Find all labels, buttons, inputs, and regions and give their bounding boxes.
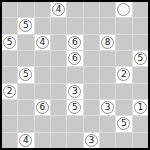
clue-circle-4: 4 bbox=[36, 36, 49, 49]
cell-r8c7[interactable] bbox=[116, 133, 131, 148]
clue-circle-5: 5 bbox=[68, 101, 81, 114]
cell-r2c1[interactable] bbox=[18, 35, 33, 50]
cell-r8c2[interactable] bbox=[35, 133, 50, 148]
cell-r3c7[interactable] bbox=[116, 51, 131, 66]
cell-r8c4[interactable] bbox=[67, 133, 82, 148]
cell-r2c5[interactable] bbox=[84, 35, 99, 50]
cell-r3c2[interactable] bbox=[35, 51, 50, 66]
cell-r2c4: 6 bbox=[67, 35, 82, 50]
clue-circle-5: 5 bbox=[19, 19, 32, 32]
cell-r4c6[interactable] bbox=[100, 67, 115, 82]
cell-r6c1[interactable] bbox=[18, 100, 33, 115]
cell-r5c5[interactable] bbox=[84, 84, 99, 99]
cell-r0c2[interactable] bbox=[35, 2, 50, 17]
cell-r5c6[interactable] bbox=[100, 84, 115, 99]
cell-r0c8[interactable] bbox=[133, 2, 148, 17]
clue-circle-1: 1 bbox=[134, 101, 147, 114]
clue-circle-4: 4 bbox=[19, 134, 32, 147]
cell-r8c6[interactable] bbox=[100, 133, 115, 148]
clue-circle-5: 5 bbox=[3, 36, 16, 49]
clue-circle-3: 3 bbox=[68, 85, 81, 98]
cell-r6c0[interactable] bbox=[2, 100, 17, 115]
cell-r0c5[interactable] bbox=[84, 2, 99, 17]
cell-r1c6[interactable] bbox=[100, 18, 115, 33]
cell-r0c4[interactable] bbox=[67, 2, 82, 17]
cell-r6c8: 1 bbox=[133, 100, 148, 115]
cell-r8c1: 4 bbox=[18, 133, 33, 148]
cell-r4c4[interactable] bbox=[67, 67, 82, 82]
clue-circle-3: 3 bbox=[101, 101, 114, 114]
cell-r1c2[interactable] bbox=[35, 18, 50, 33]
cell-r6c3[interactable] bbox=[51, 100, 66, 115]
cell-r2c6: 8 bbox=[100, 35, 115, 50]
cell-r8c3[interactable] bbox=[51, 133, 66, 148]
cell-r4c8[interactable] bbox=[133, 67, 148, 82]
cell-r0c6[interactable] bbox=[100, 2, 115, 17]
cell-r6c5[interactable] bbox=[84, 100, 99, 115]
cell-r7c1[interactable] bbox=[18, 116, 33, 131]
clue-circle-4: 4 bbox=[52, 3, 65, 16]
cell-r1c4[interactable] bbox=[67, 18, 82, 33]
cell-r8c5: 3 bbox=[84, 133, 99, 148]
cell-r3c3[interactable] bbox=[51, 51, 66, 66]
cell-r7c3[interactable] bbox=[51, 116, 66, 131]
cell-r6c7[interactable] bbox=[116, 100, 131, 115]
cell-r1c3[interactable] bbox=[51, 18, 66, 33]
clue-circle-6: 6 bbox=[36, 101, 49, 114]
cell-r7c7: 5 bbox=[116, 116, 131, 131]
cell-r4c5[interactable] bbox=[84, 67, 99, 82]
clue-circle-2: 2 bbox=[3, 85, 16, 98]
cell-r7c6[interactable] bbox=[100, 116, 115, 131]
empty-clue-circle bbox=[117, 3, 130, 16]
cell-r4c2[interactable] bbox=[35, 67, 50, 82]
clue-circle-6: 6 bbox=[68, 52, 81, 65]
clue-circle-5: 5 bbox=[19, 68, 32, 81]
cell-r6c2: 6 bbox=[35, 100, 50, 115]
cell-r4c0[interactable] bbox=[2, 67, 17, 82]
cell-r3c6[interactable] bbox=[100, 51, 115, 66]
cell-r2c0: 5 bbox=[2, 35, 17, 50]
cell-r1c1: 5 bbox=[18, 18, 33, 33]
clue-circle-8: 8 bbox=[101, 36, 114, 49]
cell-r7c5[interactable] bbox=[84, 116, 99, 131]
cell-r5c1[interactable] bbox=[18, 84, 33, 99]
cell-r3c1[interactable] bbox=[18, 51, 33, 66]
cell-r2c8[interactable] bbox=[133, 35, 148, 50]
cell-r2c7[interactable] bbox=[116, 35, 131, 50]
cell-r0c7 bbox=[116, 2, 131, 17]
cell-r5c8[interactable] bbox=[133, 84, 148, 99]
cell-r2c3[interactable] bbox=[51, 35, 66, 50]
cell-r7c4[interactable] bbox=[67, 116, 82, 131]
cell-r7c0[interactable] bbox=[2, 116, 17, 131]
cell-r1c7[interactable] bbox=[116, 18, 131, 33]
clue-circle-2: 2 bbox=[117, 68, 130, 81]
cell-r3c0[interactable] bbox=[2, 51, 17, 66]
cell-r8c8[interactable] bbox=[133, 133, 148, 148]
clue-circle-5: 5 bbox=[117, 117, 130, 130]
cell-r4c7: 2 bbox=[116, 67, 131, 82]
clue-circle-6: 6 bbox=[68, 36, 81, 49]
cell-r3c8: 5 bbox=[133, 51, 148, 66]
cell-r8c0[interactable] bbox=[2, 133, 17, 148]
cell-r0c0[interactable] bbox=[2, 2, 17, 17]
clue-circle-3: 3 bbox=[85, 134, 98, 147]
cell-r0c1[interactable] bbox=[18, 2, 33, 17]
cell-r7c2[interactable] bbox=[35, 116, 50, 131]
cell-r5c3[interactable] bbox=[51, 84, 66, 99]
cell-r3c4: 6 bbox=[67, 51, 82, 66]
cell-r5c4: 3 bbox=[67, 84, 82, 99]
cell-r1c8[interactable] bbox=[133, 18, 148, 33]
cell-r2c2: 4 bbox=[35, 35, 50, 50]
cell-r4c3[interactable] bbox=[51, 67, 66, 82]
clue-circle-5: 5 bbox=[134, 52, 147, 65]
cell-r6c6: 3 bbox=[100, 100, 115, 115]
cell-r1c5[interactable] bbox=[84, 18, 99, 33]
cell-r7c8[interactable] bbox=[133, 116, 148, 131]
puzzle-board: 4554686552236531543 bbox=[0, 0, 150, 150]
cell-r5c0: 2 bbox=[2, 84, 17, 99]
cell-r5c2[interactable] bbox=[35, 84, 50, 99]
cell-r5c7[interactable] bbox=[116, 84, 131, 99]
cell-r6c4: 5 bbox=[67, 100, 82, 115]
cell-r4c1: 5 bbox=[18, 67, 33, 82]
cell-r1c0[interactable] bbox=[2, 18, 17, 33]
cell-r0c3: 4 bbox=[51, 2, 66, 17]
cell-r3c5[interactable] bbox=[84, 51, 99, 66]
